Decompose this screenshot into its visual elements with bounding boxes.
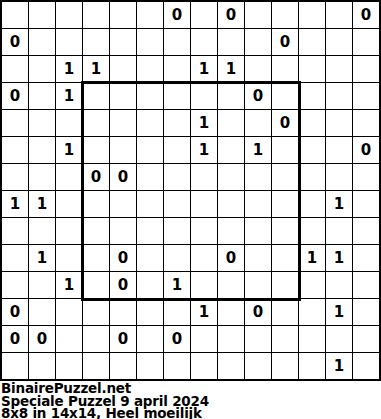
cell-r4c12[interactable]: [326, 110, 352, 136]
cell-r11c4[interactable]: [110, 299, 136, 325]
cell-r3c2: 1: [56, 83, 82, 109]
cell-r3c12[interactable]: [326, 83, 352, 109]
cell-r4c1[interactable]: [29, 110, 55, 136]
cell-r1c11[interactable]: [299, 29, 325, 55]
cell-r12c1: 0: [29, 326, 55, 352]
cell-r10c3[interactable]: [83, 272, 109, 298]
cell-r12c8[interactable]: [218, 326, 244, 352]
cell-r5c0[interactable]: [2, 137, 28, 163]
cell-r11c13[interactable]: [353, 299, 379, 325]
cell-r10c9[interactable]: [245, 272, 271, 298]
cell-r10c4: 0: [110, 272, 136, 298]
cell-r4c0[interactable]: [2, 110, 28, 136]
cell-r13c1[interactable]: [29, 353, 55, 379]
cell-r12c6: 0: [164, 326, 190, 352]
cell-r7c13[interactable]: [353, 191, 379, 217]
cell-r4c13[interactable]: [353, 110, 379, 136]
cell-r0c3[interactable]: [83, 2, 109, 28]
cell-r1c3[interactable]: [83, 29, 109, 55]
cell-r8c13[interactable]: [353, 218, 379, 244]
cell-r13c7[interactable]: [191, 353, 217, 379]
cell-r0c1[interactable]: [29, 2, 55, 28]
cell-r11c0: 0: [2, 299, 28, 325]
cell-r0c5[interactable]: [137, 2, 163, 28]
cell-r6c9[interactable]: [245, 164, 271, 190]
cell-r6c7[interactable]: [191, 164, 217, 190]
cell-r1c10: 0: [272, 29, 298, 55]
cell-r8c1[interactable]: [29, 218, 55, 244]
puzzle-board: 0000011110101011100011110011101010100001: [0, 0, 381, 381]
cell-r5c4[interactable]: [110, 137, 136, 163]
cell-r8c4[interactable]: [110, 218, 136, 244]
cell-r0c4[interactable]: [110, 2, 136, 28]
cell-r12c4: 0: [110, 326, 136, 352]
cell-r9c3[interactable]: [83, 245, 109, 271]
cell-r1c12[interactable]: [326, 29, 352, 55]
cell-r13c9[interactable]: [245, 353, 271, 379]
cell-r5c3[interactable]: [83, 137, 109, 163]
cell-r0c7[interactable]: [191, 2, 217, 28]
cell-r3c3[interactable]: [83, 83, 109, 109]
cell-r4c5[interactable]: [137, 110, 163, 136]
cell-r9c10[interactable]: [272, 245, 298, 271]
cell-r13c13[interactable]: [353, 353, 379, 379]
cell-r12c7[interactable]: [191, 326, 217, 352]
cell-r11c10[interactable]: [272, 299, 298, 325]
cell-r9c1: 1: [29, 245, 55, 271]
cell-r3c0: 0: [2, 83, 28, 109]
cell-r6c2[interactable]: [56, 164, 82, 190]
cell-r9c5[interactable]: [137, 245, 163, 271]
cell-r1c2[interactable]: [56, 29, 82, 55]
cell-r5c2: 1: [56, 137, 82, 163]
cell-r11c8[interactable]: [218, 299, 244, 325]
cell-r6c0[interactable]: [2, 164, 28, 190]
cell-r6c8[interactable]: [218, 164, 244, 190]
cell-r12c10[interactable]: [272, 326, 298, 352]
cell-r7c3[interactable]: [83, 191, 109, 217]
cell-r6c11[interactable]: [299, 164, 325, 190]
cell-r0c9[interactable]: [245, 2, 271, 28]
cell-r4c11[interactable]: [299, 110, 325, 136]
cell-r4c10: 0: [272, 110, 298, 136]
cell-r4c8[interactable]: [218, 110, 244, 136]
cell-r0c13: 0: [353, 2, 379, 28]
cell-r8c0[interactable]: [2, 218, 28, 244]
cell-r6c4: 0: [110, 164, 136, 190]
cell-r0c12[interactable]: [326, 2, 352, 28]
cell-r10c0[interactable]: [2, 272, 28, 298]
footer-subtitle: 8x8 in 14x14, Heel moeilijk: [1, 407, 381, 419]
cell-r13c10[interactable]: [272, 353, 298, 379]
cell-r6c10[interactable]: [272, 164, 298, 190]
cell-r8c8[interactable]: [218, 218, 244, 244]
cell-r0c10[interactable]: [272, 2, 298, 28]
cell-r6c12[interactable]: [326, 164, 352, 190]
cell-r11c6[interactable]: [164, 299, 190, 325]
cell-r1c13[interactable]: [353, 29, 379, 55]
cell-r9c11: 1: [299, 245, 325, 271]
cell-r7c1: 1: [29, 191, 55, 217]
cell-r8c7[interactable]: [191, 218, 217, 244]
cell-r9c9[interactable]: [245, 245, 271, 271]
cell-r4c2[interactable]: [56, 110, 82, 136]
cell-r5c7: 1: [191, 137, 217, 163]
cell-r3c5[interactable]: [137, 83, 163, 109]
cell-r2c6[interactable]: [164, 56, 190, 82]
cell-r11c2[interactable]: [56, 299, 82, 325]
cell-r3c8[interactable]: [218, 83, 244, 109]
cell-r6c5[interactable]: [137, 164, 163, 190]
cell-r3c1[interactable]: [29, 83, 55, 109]
cell-r10c2: 1: [56, 272, 82, 298]
cell-r3c4[interactable]: [110, 83, 136, 109]
cell-r7c7[interactable]: [191, 191, 217, 217]
cell-r2c1[interactable]: [29, 56, 55, 82]
cell-r7c8[interactable]: [218, 191, 244, 217]
cell-r0c8: 0: [218, 2, 244, 28]
cell-r9c7[interactable]: [191, 245, 217, 271]
cell-r3c13[interactable]: [353, 83, 379, 109]
cell-r9c13[interactable]: [353, 245, 379, 271]
cell-r1c7[interactable]: [191, 29, 217, 55]
cell-r8c6[interactable]: [164, 218, 190, 244]
cell-r13c5[interactable]: [137, 353, 163, 379]
cell-r7c12: 1: [326, 191, 352, 217]
cell-r2c7: 1: [191, 56, 217, 82]
cell-r13c8[interactable]: [218, 353, 244, 379]
cell-r4c3[interactable]: [83, 110, 109, 136]
cell-r7c11[interactable]: [299, 191, 325, 217]
cell-r10c13[interactable]: [353, 272, 379, 298]
cell-r5c11[interactable]: [299, 137, 325, 163]
cell-r10c5[interactable]: [137, 272, 163, 298]
cell-r13c4[interactable]: [110, 353, 136, 379]
cell-r11c5[interactable]: [137, 299, 163, 325]
cell-r7c10[interactable]: [272, 191, 298, 217]
cell-r3c6[interactable]: [164, 83, 190, 109]
cell-r7c2[interactable]: [56, 191, 82, 217]
cell-r1c9[interactable]: [245, 29, 271, 55]
cell-r13c11[interactable]: [299, 353, 325, 379]
cell-r5c8[interactable]: [218, 137, 244, 163]
cell-r7c5[interactable]: [137, 191, 163, 217]
cell-r8c3[interactable]: [83, 218, 109, 244]
cell-r7c9[interactable]: [245, 191, 271, 217]
cell-r10c8[interactable]: [218, 272, 244, 298]
cell-r3c11[interactable]: [299, 83, 325, 109]
cell-r11c7: 1: [191, 299, 217, 325]
cell-r9c0[interactable]: [2, 245, 28, 271]
cell-r10c6: 1: [164, 272, 190, 298]
footer: BinairePuzzel.net Speciale Puzzel 9 apri…: [1, 382, 381, 419]
cell-r5c10[interactable]: [272, 137, 298, 163]
cell-r9c8: 0: [218, 245, 244, 271]
cell-r13c0[interactable]: [2, 353, 28, 379]
cell-r10c10[interactable]: [272, 272, 298, 298]
cell-r4c9[interactable]: [245, 110, 271, 136]
cell-r2c5[interactable]: [137, 56, 163, 82]
cell-r13c12: 1: [326, 353, 352, 379]
cell-r8c2[interactable]: [56, 218, 82, 244]
cell-r12c11[interactable]: [299, 326, 325, 352]
cell-r9c6[interactable]: [164, 245, 190, 271]
cell-r11c11[interactable]: [299, 299, 325, 325]
cell-r7c0: 1: [2, 191, 28, 217]
cell-r9c12: 1: [326, 245, 352, 271]
cell-r1c5[interactable]: [137, 29, 163, 55]
cell-r3c9: 0: [245, 83, 271, 109]
cell-r5c6[interactable]: [164, 137, 190, 163]
cell-r7c4[interactable]: [110, 191, 136, 217]
cell-r8c10[interactable]: [272, 218, 298, 244]
cell-r7c6[interactable]: [164, 191, 190, 217]
cell-r1c0: 0: [2, 29, 28, 55]
cell-r2c0[interactable]: [2, 56, 28, 82]
cell-r0c2[interactable]: [56, 2, 82, 28]
cell-r1c8[interactable]: [218, 29, 244, 55]
cell-r0c11[interactable]: [299, 2, 325, 28]
cell-r9c2[interactable]: [56, 245, 82, 271]
cell-r1c6[interactable]: [164, 29, 190, 55]
cell-r8c11[interactable]: [299, 218, 325, 244]
cell-r10c7[interactable]: [191, 272, 217, 298]
cell-r12c3[interactable]: [83, 326, 109, 352]
cell-r8c12[interactable]: [326, 218, 352, 244]
cell-r6c3: 0: [83, 164, 109, 190]
cell-r5c13: 0: [353, 137, 379, 163]
cell-r11c12: 1: [326, 299, 352, 325]
cell-r4c6[interactable]: [164, 110, 190, 136]
cell-r6c1[interactable]: [29, 164, 55, 190]
cell-r9c4: 0: [110, 245, 136, 271]
cell-r12c0: 0: [2, 326, 28, 352]
cell-r2c10[interactable]: [272, 56, 298, 82]
cell-r12c12[interactable]: [326, 326, 352, 352]
cell-r13c6[interactable]: [164, 353, 190, 379]
cell-r2c9[interactable]: [245, 56, 271, 82]
cell-r5c5[interactable]: [137, 137, 163, 163]
cell-r3c7[interactable]: [191, 83, 217, 109]
cell-r5c1[interactable]: [29, 137, 55, 163]
cell-r5c12[interactable]: [326, 137, 352, 163]
cell-r4c7: 1: [191, 110, 217, 136]
cell-r2c12[interactable]: [326, 56, 352, 82]
cell-r2c8: 1: [218, 56, 244, 82]
cell-r10c1[interactable]: [29, 272, 55, 298]
cell-r13c3[interactable]: [83, 353, 109, 379]
cell-r4c4[interactable]: [110, 110, 136, 136]
cell-r6c6[interactable]: [164, 164, 190, 190]
cell-r2c4[interactable]: [110, 56, 136, 82]
cell-r10c12[interactable]: [326, 272, 352, 298]
cell-r2c3: 1: [83, 56, 109, 82]
cell-r2c13[interactable]: [353, 56, 379, 82]
cell-r11c3[interactable]: [83, 299, 109, 325]
cell-r2c11[interactable]: [299, 56, 325, 82]
cell-r10c11[interactable]: [299, 272, 325, 298]
cell-r11c1[interactable]: [29, 299, 55, 325]
puzzle-grid: 0000011110101011100011110011101010100001: [2, 2, 379, 379]
cell-r5c9: 1: [245, 137, 271, 163]
cell-r11c9: 0: [245, 299, 271, 325]
cell-r1c4[interactable]: [110, 29, 136, 55]
cell-r0c0[interactable]: [2, 2, 28, 28]
cell-r6c13[interactable]: [353, 164, 379, 190]
cell-r12c5[interactable]: [137, 326, 163, 352]
cell-r8c5[interactable]: [137, 218, 163, 244]
cell-r13c2[interactable]: [56, 353, 82, 379]
cell-r12c2[interactable]: [56, 326, 82, 352]
cell-r3c10[interactable]: [272, 83, 298, 109]
cell-r12c9[interactable]: [245, 326, 271, 352]
cell-r0c6: 0: [164, 2, 190, 28]
cell-r12c13[interactable]: [353, 326, 379, 352]
cell-r8c9[interactable]: [245, 218, 271, 244]
cell-r1c1[interactable]: [29, 29, 55, 55]
cell-r2c2: 1: [56, 56, 82, 82]
